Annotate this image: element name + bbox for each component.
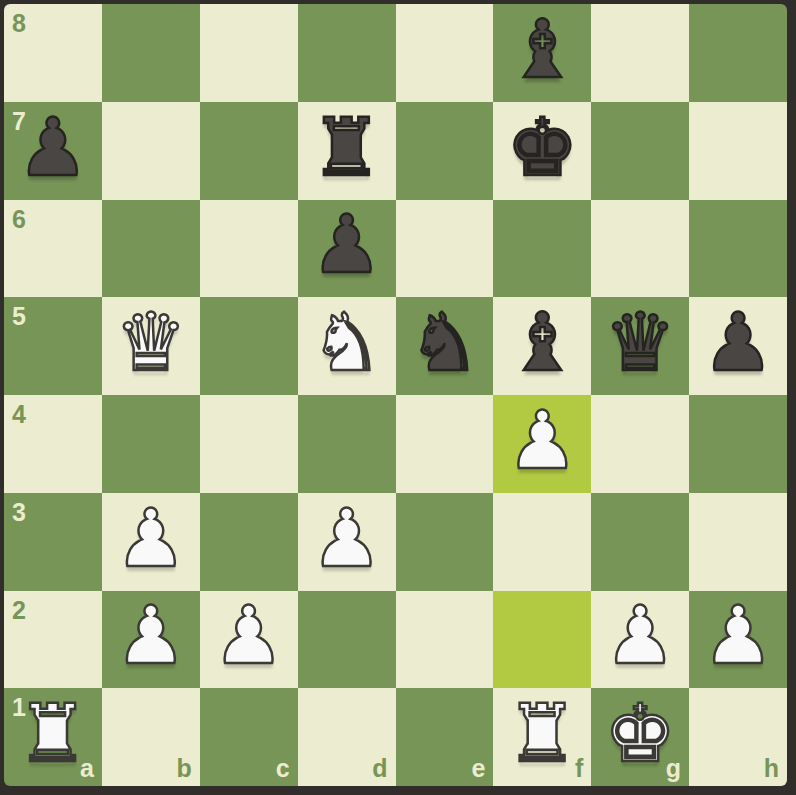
square-e7[interactable] <box>396 102 494 200</box>
square-d4[interactable] <box>298 395 396 493</box>
rank-label-6: 6 <box>12 207 26 232</box>
square-f6[interactable] <box>493 200 591 298</box>
square-f5[interactable]: ♝ <box>493 297 591 395</box>
square-d6[interactable]: ♟ <box>298 200 396 298</box>
rank-label-5: 5 <box>12 304 26 329</box>
white-pawn[interactable]: ♟ <box>115 596 187 676</box>
file-label-d: d <box>372 756 387 781</box>
square-f1[interactable]: f♜ <box>493 688 591 786</box>
chess-board: 8♝7♟♜♚6♟5♛♞♞♝♛♟4♟3♟♟2♟♟♟♟1a♜bcdef♜g♚h <box>4 4 787 786</box>
square-g5[interactable]: ♛ <box>591 297 689 395</box>
square-h2[interactable]: ♟ <box>689 591 787 689</box>
square-e5[interactable]: ♞ <box>396 297 494 395</box>
square-f2[interactable] <box>493 591 591 689</box>
black-king[interactable]: ♚ <box>506 108 578 188</box>
white-pawn[interactable]: ♟ <box>506 401 578 481</box>
square-h6[interactable] <box>689 200 787 298</box>
white-pawn[interactable]: ♟ <box>702 596 774 676</box>
square-a7[interactable]: 7♟ <box>4 102 102 200</box>
square-d3[interactable]: ♟ <box>298 493 396 591</box>
square-h5[interactable]: ♟ <box>689 297 787 395</box>
square-h1[interactable]: h <box>689 688 787 786</box>
square-e1[interactable]: e <box>396 688 494 786</box>
black-bishop[interactable]: ♝ <box>506 10 578 90</box>
square-b4[interactable] <box>102 395 200 493</box>
square-g7[interactable] <box>591 102 689 200</box>
square-c6[interactable] <box>200 200 298 298</box>
white-pawn[interactable]: ♟ <box>604 596 676 676</box>
square-a6[interactable]: 6 <box>4 200 102 298</box>
square-e6[interactable] <box>396 200 494 298</box>
black-pawn[interactable]: ♟ <box>311 205 383 285</box>
square-d7[interactable]: ♜ <box>298 102 396 200</box>
chess-app: 8♝7♟♜♚6♟5♛♞♞♝♛♟4♟3♟♟2♟♟♟♟1a♜bcdef♜g♚h <box>0 0 796 795</box>
square-d5[interactable]: ♞ <box>298 297 396 395</box>
square-c5[interactable] <box>200 297 298 395</box>
square-e4[interactable] <box>396 395 494 493</box>
square-c7[interactable] <box>200 102 298 200</box>
white-queen[interactable]: ♛ <box>115 303 187 383</box>
black-pawn[interactable]: ♟ <box>702 303 774 383</box>
file-label-h: h <box>764 756 779 781</box>
square-a4[interactable]: 4 <box>4 395 102 493</box>
square-b3[interactable]: ♟ <box>102 493 200 591</box>
white-rook[interactable]: ♜ <box>17 694 89 774</box>
square-d1[interactable]: d <box>298 688 396 786</box>
square-h8[interactable] <box>689 4 787 102</box>
black-bishop[interactable]: ♝ <box>506 303 578 383</box>
square-a1[interactable]: 1a♜ <box>4 688 102 786</box>
square-f4[interactable]: ♟ <box>493 395 591 493</box>
black-knight[interactable]: ♞ <box>409 303 481 383</box>
square-b1[interactable]: b <box>102 688 200 786</box>
square-c2[interactable]: ♟ <box>200 591 298 689</box>
black-pawn[interactable]: ♟ <box>17 108 89 188</box>
square-a2[interactable]: 2 <box>4 591 102 689</box>
square-h3[interactable] <box>689 493 787 591</box>
square-f3[interactable] <box>493 493 591 591</box>
square-g8[interactable] <box>591 4 689 102</box>
square-b2[interactable]: ♟ <box>102 591 200 689</box>
square-f7[interactable]: ♚ <box>493 102 591 200</box>
square-g1[interactable]: g♚ <box>591 688 689 786</box>
black-queen[interactable]: ♛ <box>604 303 676 383</box>
file-label-b: b <box>176 756 191 781</box>
rank-label-8: 8 <box>12 11 26 36</box>
square-g3[interactable] <box>591 493 689 591</box>
rank-label-4: 4 <box>12 402 26 427</box>
file-label-e: e <box>471 756 485 781</box>
square-b8[interactable] <box>102 4 200 102</box>
square-a5[interactable]: 5 <box>4 297 102 395</box>
square-g6[interactable] <box>591 200 689 298</box>
white-pawn[interactable]: ♟ <box>115 499 187 579</box>
white-knight[interactable]: ♞ <box>311 303 383 383</box>
square-a3[interactable]: 3 <box>4 493 102 591</box>
square-h4[interactable] <box>689 395 787 493</box>
square-h7[interactable] <box>689 102 787 200</box>
square-a8[interactable]: 8 <box>4 4 102 102</box>
rank-label-2: 2 <box>12 598 26 623</box>
square-b5[interactable]: ♛ <box>102 297 200 395</box>
square-c8[interactable] <box>200 4 298 102</box>
square-e2[interactable] <box>396 591 494 689</box>
square-g4[interactable] <box>591 395 689 493</box>
square-d8[interactable] <box>298 4 396 102</box>
black-rook[interactable]: ♜ <box>311 108 383 188</box>
square-e3[interactable] <box>396 493 494 591</box>
white-king[interactable]: ♚ <box>604 694 676 774</box>
white-pawn[interactable]: ♟ <box>311 499 383 579</box>
white-pawn[interactable]: ♟ <box>213 596 285 676</box>
square-g2[interactable]: ♟ <box>591 591 689 689</box>
square-c3[interactable] <box>200 493 298 591</box>
square-c4[interactable] <box>200 395 298 493</box>
square-e8[interactable] <box>396 4 494 102</box>
square-b6[interactable] <box>102 200 200 298</box>
square-b7[interactable] <box>102 102 200 200</box>
square-f8[interactable]: ♝ <box>493 4 591 102</box>
square-d2[interactable] <box>298 591 396 689</box>
square-c1[interactable]: c <box>200 688 298 786</box>
file-label-c: c <box>276 756 290 781</box>
white-rook[interactable]: ♜ <box>506 694 578 774</box>
rank-label-3: 3 <box>12 500 26 525</box>
